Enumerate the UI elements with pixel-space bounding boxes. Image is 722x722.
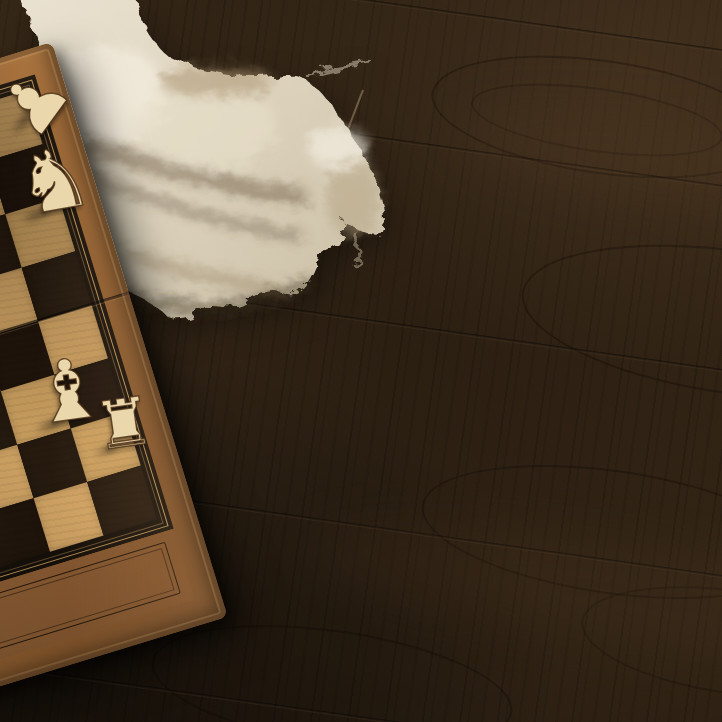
white-knight-piece[interactable]: ♞ [10, 133, 99, 229]
pieces-layer: ♞♝♜♟ [0, 0, 722, 722]
scene: ♞♝♜♟ [0, 0, 722, 722]
white-rook-piece[interactable]: ♜ [90, 387, 158, 461]
